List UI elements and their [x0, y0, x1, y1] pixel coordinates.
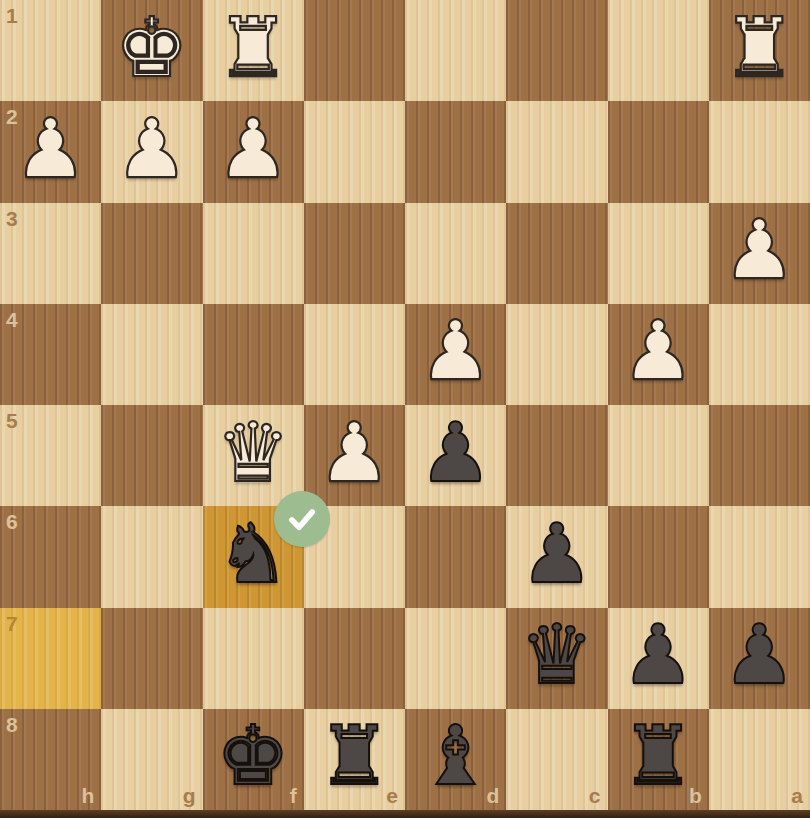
square-b8[interactable]: b♜	[608, 709, 709, 810]
square-g6[interactable]	[101, 506, 202, 607]
square-a7[interactable]: ♟	[709, 608, 810, 709]
file-label-c: c	[589, 785, 601, 806]
white-rook[interactable]: ♜	[723, 7, 797, 89]
square-b2[interactable]	[608, 101, 709, 202]
square-e4[interactable]	[304, 304, 405, 405]
black-pawn[interactable]: ♟	[419, 412, 493, 494]
square-f1[interactable]: ♜	[203, 0, 304, 101]
square-c2[interactable]	[506, 101, 607, 202]
square-b3[interactable]	[608, 203, 709, 304]
square-c1[interactable]	[506, 0, 607, 101]
square-h5[interactable]: 5	[0, 405, 101, 506]
square-c7[interactable]: ♛	[506, 608, 607, 709]
white-king[interactable]: ♚	[115, 7, 189, 89]
square-g7[interactable]	[101, 608, 202, 709]
file-label-a: a	[791, 785, 803, 806]
square-b4[interactable]: ♟	[608, 304, 709, 405]
square-d1[interactable]	[405, 0, 506, 101]
square-d5[interactable]: ♟	[405, 405, 506, 506]
square-a1[interactable]: ♜	[709, 0, 810, 101]
square-a6[interactable]	[709, 506, 810, 607]
white-pawn[interactable]: ♟	[14, 108, 88, 190]
rank-label-6: 6	[6, 511, 18, 532]
square-a8[interactable]: a	[709, 709, 810, 810]
white-queen[interactable]: ♛	[216, 412, 290, 494]
white-pawn[interactable]: ♟	[216, 108, 290, 190]
square-h4[interactable]: 4	[0, 304, 101, 405]
square-h3[interactable]: 3	[0, 203, 101, 304]
white-pawn[interactable]: ♟	[419, 310, 493, 392]
square-c8[interactable]: c	[506, 709, 607, 810]
black-pawn[interactable]: ♟	[621, 614, 695, 696]
check-icon	[283, 500, 321, 538]
square-h7[interactable]: 7	[0, 608, 101, 709]
square-h2[interactable]: 2♟	[0, 101, 101, 202]
square-b7[interactable]: ♟	[608, 608, 709, 709]
rank-label-3: 3	[6, 208, 18, 229]
square-d2[interactable]	[405, 101, 506, 202]
black-pawn[interactable]: ♟	[723, 614, 797, 696]
rank-label-8: 8	[6, 714, 18, 735]
square-a5[interactable]	[709, 405, 810, 506]
square-f7[interactable]	[203, 608, 304, 709]
square-c5[interactable]	[506, 405, 607, 506]
square-e1[interactable]	[304, 0, 405, 101]
white-pawn[interactable]: ♟	[318, 412, 392, 494]
square-a3[interactable]: ♟	[709, 203, 810, 304]
square-h1[interactable]: 1	[0, 0, 101, 101]
correct-move-badge	[274, 491, 330, 547]
square-d3[interactable]	[405, 203, 506, 304]
white-rook[interactable]: ♜	[216, 7, 290, 89]
white-pawn[interactable]: ♟	[723, 209, 797, 291]
square-h8[interactable]: 8h	[0, 709, 101, 810]
white-pawn[interactable]: ♟	[115, 108, 189, 190]
square-b5[interactable]	[608, 405, 709, 506]
square-b1[interactable]	[608, 0, 709, 101]
file-label-g: g	[183, 785, 196, 806]
square-d7[interactable]	[405, 608, 506, 709]
square-f8[interactable]: f♚	[203, 709, 304, 810]
chess-board: 1♚♜♜2♟♟♟3♟4♟♟5♛♟♟6♞♟7♛♟♟8hgf♚e♜d♝cb♜a	[0, 0, 810, 810]
square-e5[interactable]: ♟	[304, 405, 405, 506]
black-queen[interactable]: ♛	[520, 614, 594, 696]
file-label-h: h	[81, 785, 94, 806]
rank-label-1: 1	[6, 5, 18, 26]
rank-label-4: 4	[6, 309, 18, 330]
square-d8[interactable]: d♝	[405, 709, 506, 810]
square-e8[interactable]: e♜	[304, 709, 405, 810]
black-pawn[interactable]: ♟	[520, 513, 594, 595]
square-e7[interactable]	[304, 608, 405, 709]
square-a4[interactable]	[709, 304, 810, 405]
square-d4[interactable]: ♟	[405, 304, 506, 405]
square-g5[interactable]	[101, 405, 202, 506]
rank-label-5: 5	[6, 410, 18, 431]
board-bottom-edge	[0, 810, 810, 818]
square-f2[interactable]: ♟	[203, 101, 304, 202]
square-h6[interactable]: 6	[0, 506, 101, 607]
square-e2[interactable]	[304, 101, 405, 202]
square-g1[interactable]: ♚	[101, 0, 202, 101]
chess-puzzle-screen: 1♚♜♜2♟♟♟3♟4♟♟5♛♟♟6♞♟7♛♟♟8hgf♚e♜d♝cb♜a	[0, 0, 810, 818]
file-label-f: f	[290, 785, 297, 806]
square-g4[interactable]	[101, 304, 202, 405]
square-g3[interactable]	[101, 203, 202, 304]
black-king[interactable]: ♚	[216, 715, 290, 797]
square-f3[interactable]	[203, 203, 304, 304]
white-pawn[interactable]: ♟	[621, 310, 695, 392]
black-rook[interactable]: ♜	[318, 715, 392, 797]
square-f5[interactable]: ♛	[203, 405, 304, 506]
square-a2[interactable]	[709, 101, 810, 202]
black-rook[interactable]: ♜	[621, 715, 695, 797]
square-c6[interactable]: ♟	[506, 506, 607, 607]
square-d6[interactable]	[405, 506, 506, 607]
square-c3[interactable]	[506, 203, 607, 304]
rank-label-7: 7	[6, 613, 18, 634]
square-g8[interactable]: g	[101, 709, 202, 810]
square-e3[interactable]	[304, 203, 405, 304]
square-b6[interactable]	[608, 506, 709, 607]
black-bishop[interactable]: ♝	[419, 715, 493, 797]
square-g2[interactable]: ♟	[101, 101, 202, 202]
square-c4[interactable]	[506, 304, 607, 405]
square-f4[interactable]	[203, 304, 304, 405]
